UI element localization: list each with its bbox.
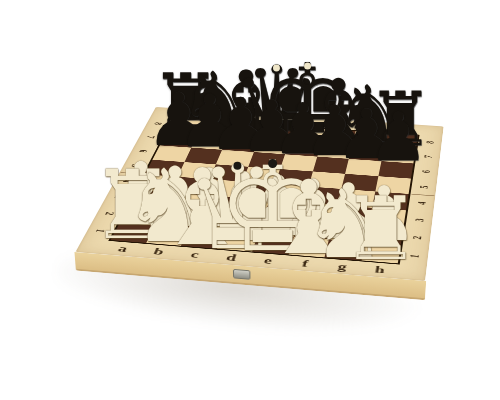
board-square-a1: [111, 223, 154, 243]
file-label: h: [374, 264, 386, 276]
rank-label: 6: [419, 170, 434, 174]
board-square-g2: [329, 222, 368, 242]
board-square-h3: [368, 208, 406, 228]
rank-label: 1: [92, 229, 109, 233]
file-label: c: [189, 249, 201, 260]
board-square-h4: [372, 191, 409, 210]
board-square-b4: [170, 177, 210, 195]
board-square-f4: [303, 186, 341, 204]
board-square-g5: [341, 174, 378, 192]
rank-label: 7: [143, 135, 158, 138]
rank-label: 7: [421, 155, 436, 159]
rank-label: 6: [136, 149, 151, 153]
contrasting-finial-icon: [273, 64, 280, 71]
contrasting-finial-icon: [304, 62, 311, 69]
file-label: d: [225, 252, 238, 263]
board-square-g4: [337, 189, 374, 208]
board-square-f1: [288, 236, 329, 257]
board-square-a2: [120, 206, 162, 225]
rank-label: 3: [411, 218, 427, 222]
file-label: b: [151, 246, 165, 257]
file-label: e: [262, 255, 273, 266]
rank-label: 5: [128, 164, 144, 168]
rank-label: 1: [406, 254, 423, 259]
board-square-e4: [270, 184, 308, 202]
rank-label: 8: [423, 141, 438, 145]
board-square-b2: [154, 208, 196, 228]
rank-label: 2: [101, 211, 118, 215]
board-square-d4: [236, 182, 275, 200]
rank-label: 3: [110, 195, 126, 199]
board-square-b3: [162, 192, 203, 211]
board-square-a3: [129, 190, 170, 209]
board-square-h5: [375, 176, 411, 194]
chess-set-photo: abcdefgh 87654321 87654321 ♜♞♝♛♚♝♞♜♟♟♟♟♟…: [0, 0, 500, 400]
rank-label: 2: [409, 235, 426, 240]
board-square-f2: [294, 219, 334, 239]
board-square-c2: [189, 211, 230, 231]
board-frame: abcdefgh 87654321 87654321: [75, 107, 443, 281]
rank-label: 4: [119, 179, 135, 183]
board-square-e1: [252, 234, 293, 255]
board-square-f3: [299, 202, 338, 221]
chess-board: abcdefgh 87654321 87654321: [75, 107, 443, 281]
file-label: a: [116, 243, 130, 254]
latch-clasp-icon: [233, 269, 251, 280]
board-square-g1: [324, 239, 364, 260]
board-square-d3: [230, 197, 270, 216]
board-square-f5: [308, 171, 345, 189]
file-label: g: [337, 261, 348, 272]
fold-seam-right: [411, 194, 434, 197]
board-square-h1: [361, 242, 401, 263]
board-square-e2: [258, 216, 298, 236]
board-square-d1: [216, 231, 258, 252]
board-square-d2: [223, 214, 264, 234]
file-label: f: [301, 258, 310, 269]
board-square-c1: [181, 228, 223, 249]
board-square-c3: [196, 195, 236, 214]
board-square-a4: [137, 174, 177, 192]
board-square-g3: [333, 205, 371, 224]
rank-label: 8: [151, 122, 166, 125]
rank-label: 5: [416, 185, 432, 189]
board-square-c4: [203, 179, 242, 197]
rank-label: 4: [414, 201, 430, 205]
board-square-b1: [146, 225, 189, 245]
board-square-e3: [264, 200, 303, 219]
board-square-h2: [365, 224, 404, 244]
